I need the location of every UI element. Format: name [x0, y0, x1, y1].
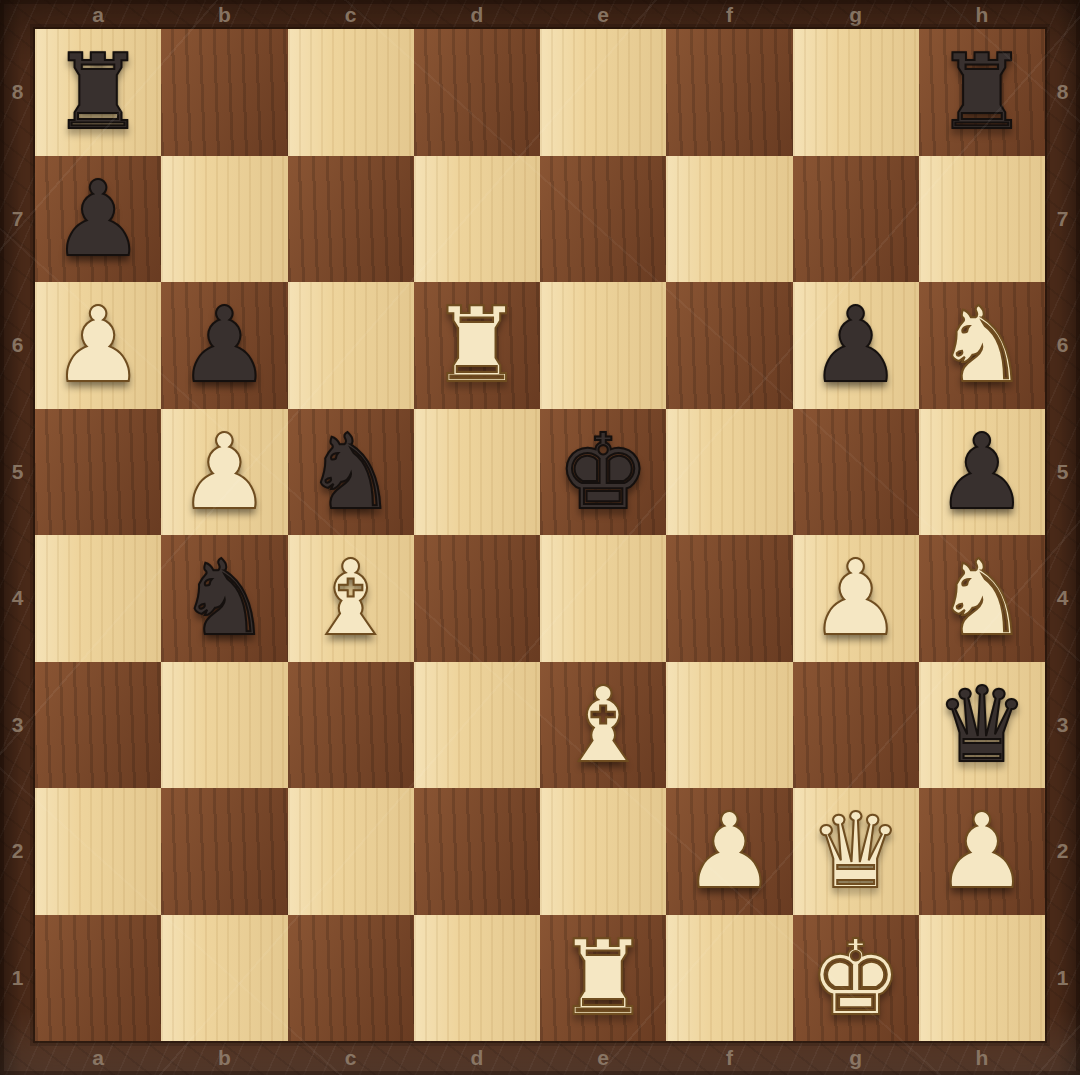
rank-label-6: 6 [0, 282, 35, 409]
file-label-c: c [288, 1041, 414, 1075]
square-g3[interactable] [793, 662, 919, 789]
square-f1[interactable] [666, 915, 792, 1042]
file-label-f: f [666, 0, 792, 29]
square-b7[interactable] [161, 156, 287, 283]
square-c4[interactable]: ♝ [288, 535, 414, 662]
rank-labels-left: 87654321 [0, 29, 35, 1041]
square-d2[interactable] [414, 788, 540, 915]
piece-white-knight-h6[interactable]: ♞ [919, 282, 1045, 409]
piece-white-rook-e1[interactable]: ♜ [540, 915, 666, 1042]
square-e8[interactable] [540, 29, 666, 156]
rank-label-8: 8 [1045, 29, 1080, 156]
rank-label-1: 1 [1045, 915, 1080, 1042]
piece-white-pawn-b5[interactable]: ♟ [161, 409, 287, 536]
piece-black-pawn-a7[interactable]: ♟ [35, 156, 161, 283]
square-a4[interactable] [35, 535, 161, 662]
file-label-h: h [919, 0, 1045, 29]
piece-black-rook-a8[interactable]: ♜ [35, 29, 161, 156]
square-a8[interactable]: ♜ [35, 29, 161, 156]
square-d7[interactable] [414, 156, 540, 283]
square-d3[interactable] [414, 662, 540, 789]
file-label-b: b [161, 1041, 287, 1075]
file-label-e: e [540, 0, 666, 29]
file-labels-top: abcdefgh [35, 0, 1045, 29]
piece-white-queen-g2[interactable]: ♛ [793, 788, 919, 915]
square-b6[interactable]: ♟ [161, 282, 287, 409]
rank-label-3: 3 [0, 662, 35, 789]
piece-white-pawn-f2[interactable]: ♟ [666, 788, 792, 915]
file-label-d: d [414, 0, 540, 29]
square-a7[interactable]: ♟ [35, 156, 161, 283]
square-d8[interactable] [414, 29, 540, 156]
square-e1[interactable]: ♜ [540, 915, 666, 1042]
square-h8[interactable]: ♜ [919, 29, 1045, 156]
rank-label-8: 8 [0, 29, 35, 156]
square-g6[interactable]: ♟ [793, 282, 919, 409]
file-label-g: g [793, 0, 919, 29]
square-f6[interactable] [666, 282, 792, 409]
square-g2[interactable]: ♛ [793, 788, 919, 915]
piece-white-bishop-e3[interactable]: ♝ [540, 662, 666, 789]
rank-label-2: 2 [0, 788, 35, 915]
square-h3[interactable]: ♛ [919, 662, 1045, 789]
piece-white-knight-h4[interactable]: ♞ [919, 535, 1045, 662]
piece-white-pawn-h2[interactable]: ♟ [919, 788, 1045, 915]
file-label-c: c [288, 0, 414, 29]
square-e2[interactable] [540, 788, 666, 915]
file-label-b: b [161, 0, 287, 29]
square-h5[interactable]: ♟ [919, 409, 1045, 536]
piece-black-king-e5[interactable]: ♚ [540, 409, 666, 536]
file-label-e: e [540, 1041, 666, 1075]
square-b1[interactable] [161, 915, 287, 1042]
square-f8[interactable] [666, 29, 792, 156]
square-f4[interactable] [666, 535, 792, 662]
file-label-a: a [35, 0, 161, 29]
square-f5[interactable] [666, 409, 792, 536]
rank-labels-right: 87654321 [1045, 29, 1080, 1041]
square-a2[interactable] [35, 788, 161, 915]
square-e3[interactable]: ♝ [540, 662, 666, 789]
square-a6[interactable]: ♟ [35, 282, 161, 409]
square-h6[interactable]: ♞ [919, 282, 1045, 409]
square-h2[interactable]: ♟ [919, 788, 1045, 915]
piece-white-pawn-g4[interactable]: ♟ [793, 535, 919, 662]
square-e7[interactable] [540, 156, 666, 283]
square-a5[interactable] [35, 409, 161, 536]
rank-label-4: 4 [0, 535, 35, 662]
square-c8[interactable] [288, 29, 414, 156]
square-b8[interactable] [161, 29, 287, 156]
square-g1[interactable]: ♚ [793, 915, 919, 1042]
square-f3[interactable] [666, 662, 792, 789]
piece-black-knight-b4[interactable]: ♞ [161, 535, 287, 662]
file-label-d: d [414, 1041, 540, 1075]
piece-black-pawn-b6[interactable]: ♟ [161, 282, 287, 409]
square-h4[interactable]: ♞ [919, 535, 1045, 662]
square-b3[interactable] [161, 662, 287, 789]
piece-white-pawn-a6[interactable]: ♟ [35, 282, 161, 409]
piece-black-pawn-h5[interactable]: ♟ [919, 409, 1045, 536]
square-c5[interactable]: ♞ [288, 409, 414, 536]
rank-label-5: 5 [1045, 409, 1080, 536]
square-c2[interactable] [288, 788, 414, 915]
square-b4[interactable]: ♞ [161, 535, 287, 662]
rank-label-4: 4 [1045, 535, 1080, 662]
square-b2[interactable] [161, 788, 287, 915]
square-e5[interactable]: ♚ [540, 409, 666, 536]
piece-black-pawn-g6[interactable]: ♟ [793, 282, 919, 409]
rank-label-7: 7 [1045, 156, 1080, 283]
rank-label-2: 2 [1045, 788, 1080, 915]
rank-label-7: 7 [0, 156, 35, 283]
rank-label-3: 3 [1045, 662, 1080, 789]
square-c7[interactable] [288, 156, 414, 283]
piece-black-knight-c5[interactable]: ♞ [288, 409, 414, 536]
square-c3[interactable] [288, 662, 414, 789]
file-label-g: g [793, 1041, 919, 1075]
square-d6[interactable]: ♜ [414, 282, 540, 409]
piece-white-king-g1[interactable]: ♚ [793, 915, 919, 1042]
square-f7[interactable] [666, 156, 792, 283]
square-a3[interactable] [35, 662, 161, 789]
square-g4[interactable]: ♟ [793, 535, 919, 662]
square-d4[interactable] [414, 535, 540, 662]
square-c6[interactable] [288, 282, 414, 409]
piece-black-queen-h3[interactable]: ♛ [919, 662, 1045, 789]
square-h7[interactable] [919, 156, 1045, 283]
square-d5[interactable] [414, 409, 540, 536]
chess-board-app: abcdefgh abcdefgh 87654321 87654321 ♜♜♟♟… [0, 0, 1080, 1075]
file-labels-bottom: abcdefgh [35, 1041, 1045, 1075]
file-label-f: f [666, 1041, 792, 1075]
rank-label-1: 1 [0, 915, 35, 1042]
file-label-h: h [919, 1041, 1045, 1075]
square-b5[interactable]: ♟ [161, 409, 287, 536]
rank-label-5: 5 [0, 409, 35, 536]
piece-white-rook-d6[interactable]: ♜ [414, 282, 540, 409]
square-f2[interactable]: ♟ [666, 788, 792, 915]
square-h1[interactable] [919, 915, 1045, 1042]
file-label-a: a [35, 1041, 161, 1075]
board-grid: ♜♜♟♟♟♜♟♞♟♞♚♟♞♝♟♞♝♛♟♛♟♜♚ [35, 29, 1045, 1041]
rank-label-6: 6 [1045, 282, 1080, 409]
square-d1[interactable] [414, 915, 540, 1042]
square-g8[interactable] [793, 29, 919, 156]
square-e4[interactable] [540, 535, 666, 662]
piece-black-rook-h8[interactable]: ♜ [919, 29, 1045, 156]
square-c1[interactable] [288, 915, 414, 1042]
square-a1[interactable] [35, 915, 161, 1042]
square-g7[interactable] [793, 156, 919, 283]
piece-white-bishop-c4[interactable]: ♝ [288, 535, 414, 662]
square-g5[interactable] [793, 409, 919, 536]
square-e6[interactable] [540, 282, 666, 409]
